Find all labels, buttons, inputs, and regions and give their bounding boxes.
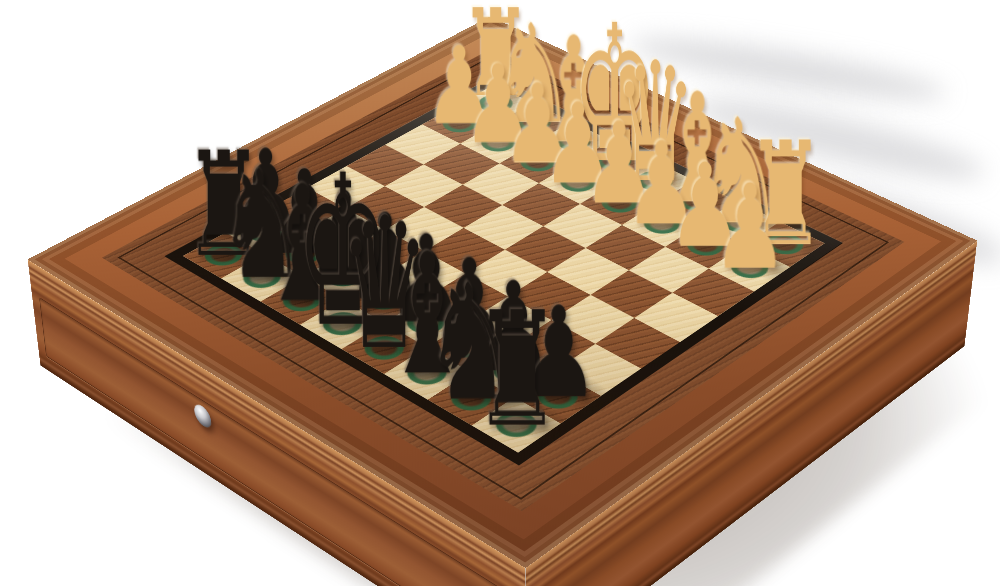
chess-set-product-photo: ♜♞♝♚♛♝♞♜♟♟♟♟♟♟♟♟♟♟♟♟♟♟♟♟♜♞♝♚♛♝♞♜ [0, 0, 1000, 586]
scene: ♜♞♝♚♛♝♞♜♟♟♟♟♟♟♟♟♟♟♟♟♟♟♟♟♜♞♝♚♛♝♞♜ [0, 0, 1000, 586]
square-a8: ♜ [472, 398, 560, 453]
chess-case: ♜♞♝♚♛♝♞♜♟♟♟♟♟♟♟♟♟♟♟♟♟♟♟♟♜♞♝♚♛♝♞♜ [28, 16, 978, 568]
